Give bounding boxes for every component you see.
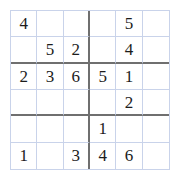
cell-r2c2-given-5: 5 <box>37 37 63 63</box>
cell-r2c4-empty[interactable] <box>90 37 116 63</box>
cell-r5c3-empty[interactable] <box>64 116 90 142</box>
cell-r1c3-empty[interactable] <box>64 11 90 37</box>
cell-r4c2-empty[interactable] <box>37 90 63 116</box>
cell-r5c2-empty[interactable] <box>37 116 63 142</box>
cell-r5c6-empty[interactable] <box>143 116 169 142</box>
cell-r3c5-given-1: 1 <box>116 64 142 90</box>
cell-r6c4-given-4: 4 <box>90 143 116 169</box>
cell-r1c5-given-5: 5 <box>116 11 142 37</box>
cell-r1c6-empty[interactable] <box>143 11 169 37</box>
cell-r6c6-empty[interactable] <box>143 143 169 169</box>
cell-r5c4-given-1: 1 <box>90 116 116 142</box>
cell-r5c5-empty[interactable] <box>116 116 142 142</box>
cell-r4c4-empty[interactable] <box>90 90 116 116</box>
cell-r5c1-empty[interactable] <box>11 116 37 142</box>
cell-r6c2-empty[interactable] <box>37 143 63 169</box>
cell-r3c1-given-2: 2 <box>11 64 37 90</box>
cell-r1c4-empty[interactable] <box>90 11 116 37</box>
cell-r3c4-given-5: 5 <box>90 64 116 90</box>
cell-r4c6-empty[interactable] <box>143 90 169 116</box>
cell-r6c5-given-6: 6 <box>116 143 142 169</box>
cell-r4c5-given-2: 2 <box>116 90 142 116</box>
cell-r6c3-given-3: 3 <box>64 143 90 169</box>
sudoku-board: 4552423651211346 <box>10 10 170 170</box>
cell-r2c5-given-4: 4 <box>116 37 142 63</box>
cell-r6c1-given-1: 1 <box>11 143 37 169</box>
cell-r3c3-given-6: 6 <box>64 64 90 90</box>
cell-r4c3-empty[interactable] <box>64 90 90 116</box>
cell-r3c6-empty[interactable] <box>143 64 169 90</box>
cell-r1c1-given-4: 4 <box>11 11 37 37</box>
cell-r3c2-given-3: 3 <box>37 64 63 90</box>
cell-r2c1-empty[interactable] <box>11 37 37 63</box>
cell-r4c1-empty[interactable] <box>11 90 37 116</box>
cell-r2c6-empty[interactable] <box>143 37 169 63</box>
cell-r1c2-empty[interactable] <box>37 11 63 37</box>
cell-r2c3-given-2: 2 <box>64 37 90 63</box>
